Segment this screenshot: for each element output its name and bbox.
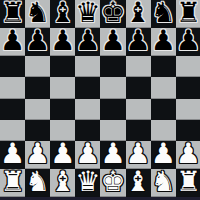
piece-black-king[interactable]: ♚ <box>100 0 125 27</box>
square-g4[interactable] <box>151 99 176 120</box>
piece-black-pawn[interactable]: ♟ <box>50 27 75 55</box>
piece-white-pawn[interactable]: ♟ <box>100 140 125 168</box>
square-e4[interactable] <box>100 99 125 120</box>
piece-white-pawn[interactable]: ♟ <box>151 140 176 168</box>
piece-black-pawn[interactable]: ♟ <box>176 27 200 55</box>
square-f5[interactable] <box>126 77 151 98</box>
square-g7[interactable]: ♟ <box>151 28 176 56</box>
piece-white-king[interactable]: ♚ <box>100 168 125 196</box>
square-d1[interactable]: ♛ <box>75 169 100 197</box>
square-b5[interactable] <box>25 77 50 98</box>
square-h7[interactable]: ♟ <box>176 28 200 56</box>
piece-black-pawn[interactable]: ♟ <box>0 27 25 55</box>
piece-white-knight[interactable]: ♞ <box>25 168 50 196</box>
piece-white-rook[interactable]: ♜ <box>0 168 25 196</box>
square-b1[interactable]: ♞ <box>25 169 50 197</box>
piece-white-pawn[interactable]: ♟ <box>75 140 100 168</box>
piece-black-rook[interactable]: ♜ <box>176 0 200 27</box>
piece-white-knight[interactable]: ♞ <box>151 168 176 196</box>
piece-black-knight[interactable]: ♞ <box>25 0 50 27</box>
piece-black-rook[interactable]: ♜ <box>0 0 25 27</box>
square-b6[interactable] <box>25 56 50 77</box>
piece-white-bishop[interactable]: ♝ <box>50 168 75 196</box>
piece-black-pawn[interactable]: ♟ <box>126 27 151 55</box>
square-h5[interactable] <box>176 77 200 98</box>
square-c6[interactable] <box>50 56 75 77</box>
square-d5[interactable] <box>75 77 100 98</box>
square-d7[interactable]: ♟ <box>75 28 100 56</box>
piece-black-queen[interactable]: ♛ <box>75 0 100 27</box>
square-e1[interactable]: ♚ <box>100 169 125 197</box>
piece-white-pawn[interactable]: ♟ <box>25 140 50 168</box>
piece-white-bishop[interactable]: ♝ <box>126 168 151 196</box>
square-h6[interactable] <box>176 56 200 77</box>
square-e7[interactable]: ♟ <box>100 28 125 56</box>
square-a6[interactable] <box>0 56 25 77</box>
piece-black-pawn[interactable]: ♟ <box>100 27 125 55</box>
piece-white-rook[interactable]: ♜ <box>176 168 200 196</box>
square-h4[interactable] <box>176 99 200 120</box>
square-c7[interactable]: ♟ <box>50 28 75 56</box>
square-e5[interactable] <box>100 77 125 98</box>
square-c5[interactable] <box>50 77 75 98</box>
square-d4[interactable] <box>75 99 100 120</box>
square-c1[interactable]: ♝ <box>50 169 75 197</box>
square-c4[interactable] <box>50 99 75 120</box>
piece-white-pawn[interactable]: ♟ <box>176 140 200 168</box>
square-f7[interactable]: ♟ <box>126 28 151 56</box>
square-a1[interactable]: ♜ <box>0 169 25 197</box>
square-g6[interactable] <box>151 56 176 77</box>
square-b4[interactable] <box>25 99 50 120</box>
square-a5[interactable] <box>0 77 25 98</box>
square-f4[interactable] <box>126 99 151 120</box>
piece-black-knight[interactable]: ♞ <box>151 0 176 27</box>
square-b7[interactable]: ♟ <box>25 28 50 56</box>
piece-white-pawn[interactable]: ♟ <box>50 140 75 168</box>
piece-black-pawn[interactable]: ♟ <box>75 27 100 55</box>
piece-white-queen[interactable]: ♛ <box>75 168 100 196</box>
piece-black-pawn[interactable]: ♟ <box>25 27 50 55</box>
square-g1[interactable]: ♞ <box>151 169 176 197</box>
square-e6[interactable] <box>100 56 125 77</box>
piece-white-pawn[interactable]: ♟ <box>0 140 25 168</box>
piece-white-pawn[interactable]: ♟ <box>126 140 151 168</box>
square-h1[interactable]: ♜ <box>176 169 200 197</box>
square-a7[interactable]: ♟ <box>0 28 25 56</box>
square-f1[interactable]: ♝ <box>126 169 151 197</box>
square-g5[interactable] <box>151 77 176 98</box>
piece-black-bishop[interactable]: ♝ <box>126 0 151 27</box>
piece-black-pawn[interactable]: ♟ <box>151 27 176 55</box>
square-a4[interactable] <box>0 99 25 120</box>
chess-app-window: ♜♞♝♛♚♝♞♜♟♟♟♟♟♟♟♟♟♟♟♟♟♟♟♟♜♞♝♛♚♝♞♜ <box>0 0 200 200</box>
piece-black-bishop[interactable]: ♝ <box>50 0 75 27</box>
square-d6[interactable] <box>75 56 100 77</box>
chess-board: ♜♞♝♛♚♝♞♜♟♟♟♟♟♟♟♟♟♟♟♟♟♟♟♟♜♞♝♛♚♝♞♜ <box>0 0 197 197</box>
square-f6[interactable] <box>126 56 151 77</box>
